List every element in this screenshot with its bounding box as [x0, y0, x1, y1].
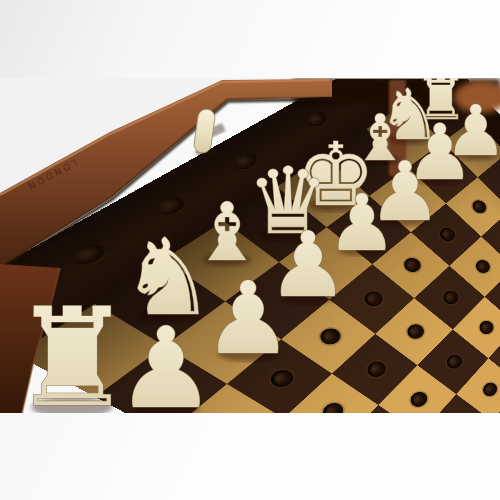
photo-overlay: LONDON ♜♞♟♝♟♚♟♛♟♝♟♞♟♜♟	[0, 78, 500, 413]
auction-photo-page: { "game": "chess", "scene": "Overhead-an…	[0, 0, 500, 500]
piece-white-pawn-c2: ♟	[203, 260, 293, 377]
piece-white-rook-a1: ♜	[11, 279, 133, 413]
piece-white-pawn-b2: ♟	[116, 303, 216, 414]
chess-set-photo: LONDON ♜♞♟♝♟♚♟♛♟♝♟♞♟♜♟	[0, 78, 500, 413]
